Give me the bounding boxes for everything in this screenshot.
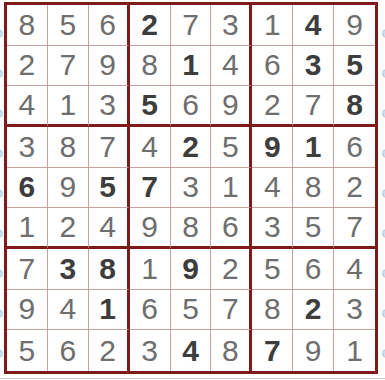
sudoku-cell-r6c1[interactable]: 1 [7, 208, 48, 249]
sudoku-cell-r1c6[interactable]: 3 [211, 5, 252, 46]
sudoku-cell-r2c7[interactable]: 6 [252, 46, 293, 87]
sudoku-cell-r2c6[interactable]: 4 [211, 46, 252, 87]
sudoku-cell-r1c3[interactable]: 6 [89, 5, 130, 46]
sudoku-board: 8562731492798146354135692783874259166957… [4, 2, 378, 374]
sudoku-cell-r4c2[interactable]: 8 [48, 127, 89, 168]
sudoku-cell-r7c9[interactable]: 4 [334, 249, 375, 290]
sudoku-cell-r6c8[interactable]: 5 [293, 208, 334, 249]
sudoku-cell-r8c6[interactable]: 7 [211, 290, 252, 331]
sudoku-cell-r9c2[interactable]: 6 [48, 330, 89, 371]
background-circle-decoration [0, 109, 3, 118]
sudoku-cell-r4c4[interactable]: 4 [130, 127, 171, 168]
sudoku-cell-r1c9[interactable]: 9 [334, 5, 375, 46]
sudoku-cell-r5c5[interactable]: 3 [171, 168, 212, 209]
sudoku-cell-r6c6[interactable]: 6 [211, 208, 252, 249]
sudoku-cell-r8c1[interactable]: 9 [7, 290, 48, 331]
sudoku-cell-r7c8[interactable]: 6 [293, 249, 334, 290]
sudoku-cell-r7c4[interactable]: 1 [130, 249, 171, 290]
sudoku-cell-r2c1[interactable]: 2 [7, 46, 48, 87]
background-circle-decoration [0, 149, 3, 158]
sudoku-cell-r3c8[interactable]: 7 [293, 86, 334, 127]
sudoku-cell-r6c3[interactable]: 4 [89, 208, 130, 249]
sudoku-cell-r7c7[interactable]: 5 [252, 249, 293, 290]
sudoku-cell-r1c8[interactable]: 4 [293, 5, 334, 46]
sudoku-cell-r5c8[interactable]: 8 [293, 168, 334, 209]
sudoku-cell-r3c7[interactable]: 2 [252, 86, 293, 127]
sudoku-cell-r3c1[interactable]: 4 [7, 86, 48, 127]
sudoku-cell-r9c5[interactable]: 4 [171, 330, 212, 371]
background-circle-decoration [0, 349, 3, 358]
background-circle-decoration [0, 269, 3, 278]
sudoku-cell-r4c6[interactable]: 5 [211, 127, 252, 168]
sudoku-cell-r8c5[interactable]: 5 [171, 290, 212, 331]
background-circle-decoration [0, 29, 3, 38]
sudoku-cell-r4c9[interactable]: 6 [334, 127, 375, 168]
sudoku-cell-r3c5[interactable]: 6 [171, 86, 212, 127]
sudoku-cell-r7c6[interactable]: 2 [211, 249, 252, 290]
sudoku-cell-r8c3[interactable]: 1 [89, 290, 130, 331]
sudoku-cell-r8c2[interactable]: 4 [48, 290, 89, 331]
sudoku-cell-r6c4[interactable]: 9 [130, 208, 171, 249]
sudoku-cell-r8c4[interactable]: 6 [130, 290, 171, 331]
sudoku-cell-r3c4[interactable]: 5 [130, 86, 171, 127]
sudoku-cell-r9c1[interactable]: 5 [7, 330, 48, 371]
sudoku-cell-r5c2[interactable]: 9 [48, 168, 89, 209]
background-circle-decoration [0, 189, 3, 198]
sudoku-cell-r7c1[interactable]: 7 [7, 249, 48, 290]
sudoku-cell-r6c5[interactable]: 8 [171, 208, 212, 249]
sudoku-cell-r5c6[interactable]: 1 [211, 168, 252, 209]
sudoku-cell-r7c2[interactable]: 3 [48, 249, 89, 290]
sudoku-cell-r8c8[interactable]: 2 [293, 290, 334, 331]
sudoku-cell-r1c7[interactable]: 1 [252, 5, 293, 46]
sudoku-cell-r3c3[interactable]: 3 [89, 86, 130, 127]
sudoku-cell-r8c9[interactable]: 3 [334, 290, 375, 331]
sudoku-cell-r4c8[interactable]: 1 [293, 127, 334, 168]
sudoku-cell-r3c6[interactable]: 9 [211, 86, 252, 127]
sudoku-cell-r4c7[interactable]: 9 [252, 127, 293, 168]
sudoku-cell-r7c3[interactable]: 8 [89, 249, 130, 290]
bottom-divider [0, 378, 385, 379]
sudoku-cell-r4c1[interactable]: 3 [7, 127, 48, 168]
sudoku-cell-r2c8[interactable]: 3 [293, 46, 334, 87]
sudoku-cell-r6c9[interactable]: 7 [334, 208, 375, 249]
sudoku-cell-r1c4[interactable]: 2 [130, 5, 171, 46]
sudoku-cell-r6c2[interactable]: 2 [48, 208, 89, 249]
sudoku-cell-r5c9[interactable]: 2 [334, 168, 375, 209]
sudoku-cell-r5c1[interactable]: 6 [7, 168, 48, 209]
background-circle-decoration [0, 69, 3, 78]
sudoku-cell-r4c5[interactable]: 2 [171, 127, 212, 168]
sudoku-cell-r8c7[interactable]: 8 [252, 290, 293, 331]
sudoku-cell-r2c3[interactable]: 9 [89, 46, 130, 87]
sudoku-cell-r1c5[interactable]: 7 [171, 5, 212, 46]
sudoku-cell-r9c9[interactable]: 1 [334, 330, 375, 371]
sudoku-cell-r6c7[interactable]: 3 [252, 208, 293, 249]
background-circle-decoration [0, 229, 3, 238]
sudoku-cell-r9c3[interactable]: 2 [89, 330, 130, 371]
sudoku-cell-r1c2[interactable]: 5 [48, 5, 89, 46]
sudoku-cell-r9c7[interactable]: 7 [252, 330, 293, 371]
sudoku-cell-r7c5[interactable]: 9 [171, 249, 212, 290]
sudoku-cell-r2c2[interactable]: 7 [48, 46, 89, 87]
sudoku-cell-r9c8[interactable]: 9 [293, 330, 334, 371]
sudoku-cell-r9c4[interactable]: 3 [130, 330, 171, 371]
sudoku-cell-r4c3[interactable]: 7 [89, 127, 130, 168]
sudoku-cell-r5c3[interactable]: 5 [89, 168, 130, 209]
sudoku-cell-r2c9[interactable]: 5 [334, 46, 375, 87]
sudoku-cell-r5c7[interactable]: 4 [252, 168, 293, 209]
sudoku-cell-r3c9[interactable]: 8 [334, 86, 375, 127]
sudoku-cell-r9c6[interactable]: 8 [211, 330, 252, 371]
background-circle-decoration [0, 309, 3, 318]
sudoku-cell-r2c5[interactable]: 1 [171, 46, 212, 87]
sudoku-cell-r5c4[interactable]: 7 [130, 168, 171, 209]
sudoku-cell-r2c4[interactable]: 8 [130, 46, 171, 87]
sudoku-cell-r3c2[interactable]: 1 [48, 86, 89, 127]
sudoku-cell-r1c1[interactable]: 8 [7, 5, 48, 46]
